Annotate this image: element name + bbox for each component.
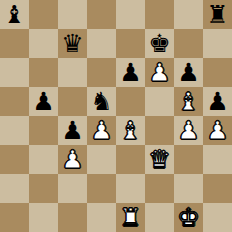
piece-white-pawn-g4[interactable]: ♟ — [177, 116, 199, 145]
square-g8[interactable] — [174, 0, 203, 29]
piece-white-bishop-g5[interactable]: ♝ — [177, 87, 199, 116]
square-a7[interactable] — [0, 29, 29, 58]
square-b1[interactable] — [29, 203, 58, 232]
square-e6[interactable]: ♟ — [116, 58, 145, 87]
square-f5[interactable] — [145, 87, 174, 116]
piece-white-pawn-d4[interactable]: ♟ — [90, 116, 112, 145]
square-b3[interactable] — [29, 145, 58, 174]
square-d2[interactable] — [87, 174, 116, 203]
square-f3[interactable]: ♛ — [145, 145, 174, 174]
square-h6[interactable] — [203, 58, 232, 87]
piece-white-rook-e1[interactable]: ♜ — [119, 203, 141, 232]
square-a2[interactable] — [0, 174, 29, 203]
square-c7[interactable]: ♛ — [58, 29, 87, 58]
square-f7[interactable]: ♚ — [145, 29, 174, 58]
square-c5[interactable] — [58, 87, 87, 116]
square-f2[interactable] — [145, 174, 174, 203]
square-d1[interactable] — [87, 203, 116, 232]
square-a4[interactable] — [0, 116, 29, 145]
square-d3[interactable] — [87, 145, 116, 174]
piece-black-queen-c7[interactable]: ♛ — [61, 29, 83, 58]
square-e3[interactable] — [116, 145, 145, 174]
square-d4[interactable]: ♟ — [87, 116, 116, 145]
piece-black-pawn-c4[interactable]: ♟ — [61, 116, 83, 145]
piece-black-pawn-b5[interactable]: ♟ — [32, 87, 54, 116]
square-e8[interactable] — [116, 0, 145, 29]
square-c8[interactable] — [58, 0, 87, 29]
square-f6[interactable]: ♟ — [145, 58, 174, 87]
square-h7[interactable] — [203, 29, 232, 58]
piece-black-rook-h8[interactable]: ♜ — [206, 0, 228, 29]
square-f1[interactable] — [145, 203, 174, 232]
square-c1[interactable] — [58, 203, 87, 232]
square-a5[interactable] — [0, 87, 29, 116]
square-h3[interactable] — [203, 145, 232, 174]
square-b7[interactable] — [29, 29, 58, 58]
square-b5[interactable]: ♟ — [29, 87, 58, 116]
square-e1[interactable]: ♜ — [116, 203, 145, 232]
piece-white-pawn-h4[interactable]: ♟ — [206, 116, 228, 145]
square-b8[interactable] — [29, 0, 58, 29]
square-a6[interactable] — [0, 58, 29, 87]
square-g3[interactable] — [174, 145, 203, 174]
square-f4[interactable] — [145, 116, 174, 145]
square-g5[interactable]: ♝ — [174, 87, 203, 116]
square-b6[interactable] — [29, 58, 58, 87]
square-d6[interactable] — [87, 58, 116, 87]
square-g2[interactable] — [174, 174, 203, 203]
square-c2[interactable] — [58, 174, 87, 203]
square-c4[interactable]: ♟ — [58, 116, 87, 145]
chess-board: ♝♜♛♚♟♟♟♟♞♝♟♟♟♝♟♟♟♛♜♚ — [0, 0, 232, 232]
square-h5[interactable]: ♟ — [203, 87, 232, 116]
square-d7[interactable] — [87, 29, 116, 58]
piece-black-pawn-e6[interactable]: ♟ — [119, 58, 141, 87]
square-g1[interactable]: ♚ — [174, 203, 203, 232]
piece-white-bishop-e4[interactable]: ♝ — [119, 116, 141, 145]
piece-black-knight-d5[interactable]: ♞ — [90, 87, 112, 116]
piece-white-pawn-c3[interactable]: ♟ — [61, 145, 83, 174]
square-g4[interactable]: ♟ — [174, 116, 203, 145]
square-h1[interactable] — [203, 203, 232, 232]
piece-black-pawn-h5[interactable]: ♟ — [206, 87, 228, 116]
square-a3[interactable] — [0, 145, 29, 174]
piece-black-pawn-g6[interactable]: ♟ — [177, 58, 199, 87]
square-e5[interactable] — [116, 87, 145, 116]
square-c6[interactable] — [58, 58, 87, 87]
piece-black-king-f7[interactable]: ♚ — [148, 29, 170, 58]
square-d5[interactable]: ♞ — [87, 87, 116, 116]
square-h8[interactable]: ♜ — [203, 0, 232, 29]
square-h2[interactable] — [203, 174, 232, 203]
square-b4[interactable] — [29, 116, 58, 145]
square-b2[interactable] — [29, 174, 58, 203]
square-e2[interactable] — [116, 174, 145, 203]
square-g6[interactable]: ♟ — [174, 58, 203, 87]
square-f8[interactable] — [145, 0, 174, 29]
piece-white-pawn-f6[interactable]: ♟ — [148, 58, 170, 87]
square-a1[interactable] — [0, 203, 29, 232]
piece-white-king-g1[interactable]: ♚ — [177, 203, 199, 232]
square-g7[interactable] — [174, 29, 203, 58]
piece-black-bishop-a8[interactable]: ♝ — [3, 0, 25, 29]
square-e4[interactable]: ♝ — [116, 116, 145, 145]
square-d8[interactable] — [87, 0, 116, 29]
square-a8[interactable]: ♝ — [0, 0, 29, 29]
square-e7[interactable] — [116, 29, 145, 58]
square-h4[interactable]: ♟ — [203, 116, 232, 145]
piece-white-queen-f3[interactable]: ♛ — [148, 145, 170, 174]
square-c3[interactable]: ♟ — [58, 145, 87, 174]
